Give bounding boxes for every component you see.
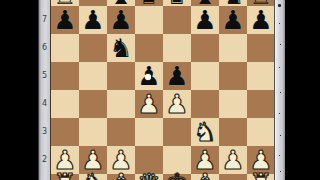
- square-g2[interactable]: ♟: [219, 146, 247, 174]
- square-b7[interactable]: ♟: [79, 6, 107, 34]
- square-c3[interactable]: [107, 118, 135, 146]
- chess-board: ♜♝♛♚♝♞♜♟♟♟♟♟♟♞♟♟♟♟♞♟♟♟♟♟♟♜♞♝♛♚♝♜: [50, 0, 275, 180]
- square-a4[interactable]: [51, 90, 79, 118]
- piece-black-p-g7[interactable]: ♟: [221, 6, 244, 34]
- piece-black-p-e5[interactable]: ♟: [165, 62, 188, 90]
- rank-label-2: 2: [39, 155, 50, 165]
- piece-black-p-h7[interactable]: ♟: [249, 6, 272, 34]
- rank-label-6: 6: [39, 43, 50, 53]
- rank-label-7: 7: [39, 15, 50, 25]
- piece-white-n-b1[interactable]: ♞: [81, 169, 104, 180]
- chess-app-frame: 765432 ♜♝♛♚♝♞♜♟♟♟♟♟♟♞♟♟♟♟♞♟♟♟♟♟♟♜♞♝♛♚♝♜: [0, 0, 320, 180]
- square-f3[interactable]: ♞: [191, 118, 219, 146]
- square-b5[interactable]: [79, 62, 107, 90]
- square-d4[interactable]: ♟: [135, 90, 163, 118]
- piece-white-p-e4[interactable]: ♟: [165, 90, 188, 118]
- square-c6[interactable]: ♞: [107, 34, 135, 62]
- square-e5[interactable]: ♟: [163, 62, 191, 90]
- square-f1[interactable]: ♝: [191, 174, 219, 180]
- square-a7[interactable]: ♟: [51, 6, 79, 34]
- square-g3[interactable]: [219, 118, 247, 146]
- piece-white-n-f3[interactable]: ♞: [193, 118, 216, 146]
- piece-black-p-b7[interactable]: ♟: [81, 6, 104, 34]
- square-a5[interactable]: [51, 62, 79, 90]
- square-d6[interactable]: [135, 34, 163, 62]
- square-e3[interactable]: [163, 118, 191, 146]
- piece-white-r-a1[interactable]: ♜: [53, 169, 76, 180]
- rank-label-4: 4: [39, 99, 50, 109]
- piece-white-k-e1[interactable]: ♚: [165, 169, 188, 180]
- square-a1[interactable]: ♜: [51, 174, 79, 180]
- square-h7[interactable]: ♟: [247, 6, 275, 34]
- square-g1[interactable]: [219, 174, 247, 180]
- piece-white-b-c1[interactable]: ♝: [109, 169, 132, 180]
- square-c1[interactable]: ♝: [107, 174, 135, 180]
- square-e4[interactable]: ♟: [163, 90, 191, 118]
- square-g6[interactable]: [219, 34, 247, 62]
- square-c7[interactable]: ♟: [107, 6, 135, 34]
- piece-black-p-f7[interactable]: ♟: [193, 6, 216, 34]
- square-f7[interactable]: ♟: [191, 6, 219, 34]
- square-g7[interactable]: ♟: [219, 6, 247, 34]
- square-e1[interactable]: ♚: [163, 174, 191, 180]
- square-h1[interactable]: ♜: [247, 174, 275, 180]
- window-edge-strip: [274, 0, 285, 180]
- rank-label-3: 3: [39, 127, 50, 137]
- square-g5[interactable]: [219, 62, 247, 90]
- piece-white-b-f1[interactable]: ♝: [193, 169, 216, 180]
- square-b6[interactable]: [79, 34, 107, 62]
- d5-move-marker-dot: [145, 74, 151, 80]
- piece-black-n-c6[interactable]: ♞: [109, 34, 132, 62]
- square-c5[interactable]: [107, 62, 135, 90]
- square-b1[interactable]: ♞: [79, 174, 107, 180]
- piece-white-r-h1[interactable]: ♜: [249, 169, 272, 180]
- square-f5[interactable]: [191, 62, 219, 90]
- square-f4[interactable]: [191, 90, 219, 118]
- piece-black-p-c7[interactable]: ♟: [109, 6, 132, 34]
- piece-white-p-d4[interactable]: ♟: [137, 90, 160, 118]
- square-e6[interactable]: [163, 34, 191, 62]
- square-h5[interactable]: [247, 62, 275, 90]
- piece-black-p-a7[interactable]: ♟: [53, 6, 76, 34]
- square-h6[interactable]: [247, 34, 275, 62]
- square-c4[interactable]: [107, 90, 135, 118]
- square-b4[interactable]: [79, 90, 107, 118]
- square-a6[interactable]: [51, 34, 79, 62]
- square-e7[interactable]: [163, 6, 191, 34]
- square-b3[interactable]: [79, 118, 107, 146]
- square-h4[interactable]: [247, 90, 275, 118]
- piece-white-p-g2[interactable]: ♟: [221, 146, 244, 174]
- square-f6[interactable]: [191, 34, 219, 62]
- piece-white-q-d1[interactable]: ♛: [137, 169, 160, 180]
- square-g4[interactable]: [219, 90, 247, 118]
- square-a3[interactable]: [51, 118, 79, 146]
- square-d7[interactable]: [135, 6, 163, 34]
- rank-label-5: 5: [39, 71, 50, 81]
- square-d3[interactable]: [135, 118, 163, 146]
- square-d1[interactable]: ♛: [135, 174, 163, 180]
- square-h3[interactable]: [247, 118, 275, 146]
